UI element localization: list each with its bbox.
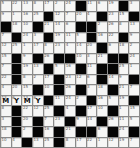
given-letter: M (22, 96, 32, 106)
cell-r1c12 (119, 1, 129, 11)
cell-number: 4 (87, 12, 90, 16)
cell-number: 22 (87, 138, 92, 142)
cell-number: 17 (87, 106, 92, 110)
cell-r2c7[interactable]: 7 (65, 12, 75, 22)
cell-r7c10 (97, 64, 107, 74)
cell-r2c2[interactable]: 1 (12, 12, 22, 22)
cell-r3c4 (33, 22, 43, 32)
cell-number: 25 (34, 12, 39, 16)
cell-number: 3 (34, 33, 37, 37)
cell-number: 5 (130, 117, 133, 121)
cell-number: 5 (55, 64, 58, 68)
cell-r9c7[interactable]: 26 (65, 85, 75, 95)
cell-r8c10 (97, 75, 107, 85)
cell-r3c9 (87, 22, 97, 32)
cell-r6c4 (33, 54, 43, 64)
cell-r6c12 (119, 54, 129, 64)
cell-number: 17 (76, 138, 81, 142)
cell-number: 10 (76, 54, 81, 58)
cell-number: 23 (55, 43, 60, 47)
cell-r10c7[interactable]: 24 (65, 96, 75, 106)
cell-number: 12 (34, 106, 39, 110)
cell-number: 24 (66, 96, 71, 100)
cell-r6c2 (12, 54, 22, 64)
cell-number: 7 (44, 117, 47, 121)
cell-r10c3[interactable]: 13M (22, 96, 32, 106)
cell-r6c13[interactable]: 24 (129, 54, 139, 64)
cell-r10c1[interactable]: 13M (1, 96, 11, 106)
cell-r9c9[interactable]: 3 (87, 85, 97, 95)
cell-number: 8 (44, 43, 47, 47)
cell-number: 12 (2, 43, 7, 47)
cell-r1c3[interactable]: 13 (22, 1, 32, 11)
cell-number: 17 (44, 1, 49, 5)
cell-number: 24 (66, 1, 71, 5)
cell-number: 1 (98, 138, 101, 142)
cell-number: 5 (108, 96, 111, 100)
cell-number: 26 (66, 85, 71, 89)
cell-r2c1[interactable]: 9 (1, 12, 11, 22)
cell-r12c11[interactable]: 26 (108, 117, 118, 127)
cell-number: 26 (44, 54, 49, 58)
cell-number: 1 (12, 12, 15, 16)
cell-number: 12 (76, 75, 81, 79)
cell-number: 10 (44, 85, 49, 89)
cell-number: 14 (108, 75, 113, 79)
cell-r10c6[interactable]: 11 (54, 96, 64, 106)
cell-r2c3[interactable]: 16 (22, 12, 32, 22)
cell-r14c12[interactable]: 19 (119, 138, 129, 148)
cell-number: 18 (2, 127, 7, 131)
cell-r11c4[interactable]: 12 (33, 106, 43, 116)
cell-r13c11 (108, 127, 118, 137)
cell-r7c11 (108, 64, 118, 74)
cell-number: 11 (55, 96, 60, 100)
cell-r14c2[interactable]: 4 (12, 138, 22, 148)
cell-r14c11[interactable]: 12 (108, 138, 118, 148)
cell-r3c13[interactable]: 13 (129, 22, 139, 32)
cell-number: 16 (44, 127, 49, 131)
cell-number: 15 (2, 54, 7, 58)
cell-r5c5[interactable]: 8 (44, 43, 54, 53)
cell-r9c6 (54, 85, 64, 95)
cell-number: 8 (23, 75, 26, 79)
cell-r8c4[interactable]: 2 (33, 75, 43, 85)
cell-r7c3[interactable]: 19 (22, 64, 32, 74)
cell-r13c13 (129, 127, 139, 137)
cell-r12c7 (65, 117, 75, 127)
cell-r5c9[interactable]: 20 (87, 43, 97, 53)
cell-r3c1 (1, 22, 11, 32)
cell-number: 10 (98, 106, 103, 110)
cell-r4c13[interactable]: 9 (129, 33, 139, 43)
cell-r9c2[interactable]: 20 (12, 85, 22, 95)
cell-r12c10 (97, 117, 107, 127)
cell-r11c5[interactable]: 25 (44, 106, 54, 116)
cell-r6c5[interactable]: 26 (44, 54, 54, 64)
cell-r13c12[interactable]: 24 (119, 127, 129, 137)
cell-r1c8 (76, 1, 86, 11)
cell-r8c1[interactable]: 22 (1, 75, 11, 85)
cell-r10c11[interactable]: 5 (108, 96, 118, 106)
cell-r14c8[interactable]: 17 (76, 138, 86, 148)
cell-r14c7[interactable]: 8 (65, 138, 75, 148)
cell-number: 25 (44, 106, 49, 110)
cell-r12c12[interactable]: 11 (119, 117, 129, 127)
cell-number: 25 (12, 43, 17, 47)
cell-r9c4 (33, 85, 43, 95)
cell-number: 11 (87, 64, 92, 68)
cell-r11c3[interactable]: 22 (22, 106, 32, 116)
cell-number: 6 (98, 1, 101, 5)
cell-r1c4[interactable]: 8 (33, 1, 43, 11)
cell-r8c11[interactable]: 14 (108, 75, 118, 85)
cell-r11c7[interactable]: 4 (65, 106, 75, 116)
cell-r6c6 (54, 54, 64, 64)
cell-number: 21 (66, 127, 71, 131)
cell-r12c9[interactable]: 14 (87, 117, 97, 127)
cell-number: 7 (2, 33, 5, 37)
cell-r14c5[interactable]: 25 (44, 138, 54, 148)
cell-number: 6 (66, 22, 69, 26)
cell-r7c8 (76, 64, 86, 74)
cell-r3c3[interactable]: 10 (22, 22, 32, 32)
cell-r12c3[interactable]: 20 (22, 117, 32, 127)
cell-r5c2[interactable]: 25 (12, 43, 22, 53)
cell-r4c6[interactable]: 19 (54, 33, 64, 43)
cell-number: 7 (2, 64, 5, 68)
cell-r6c1[interactable]: 15 (1, 54, 11, 64)
cell-number: 6 (87, 75, 90, 79)
cell-number: 15 (119, 12, 124, 16)
cell-number: 17 (34, 43, 39, 47)
cell-number: 9 (76, 117, 79, 121)
cell-r7c4[interactable]: 13 (33, 64, 43, 74)
cell-r14c13[interactable]: 7 (129, 138, 139, 148)
cell-number: 9 (119, 75, 122, 79)
cell-r11c10[interactable]: 10 (97, 106, 107, 116)
cell-r6c3[interactable]: 9 (22, 54, 32, 64)
cell-r1c11[interactable]: 19 (108, 1, 118, 11)
cell-r4c12 (119, 33, 129, 43)
cell-number: 1 (23, 43, 26, 47)
cell-r11c1[interactable]: 8 (1, 106, 11, 116)
cell-number: 12 (55, 12, 60, 16)
cell-number: 9 (130, 33, 133, 37)
cell-r14c4[interactable]: 13 (33, 138, 43, 148)
cell-r8c7[interactable]: 23 (65, 75, 75, 85)
cell-r8c9[interactable]: 6 (87, 75, 97, 85)
cell-r14c10[interactable]: 1 (97, 138, 107, 148)
cell-number: 14 (76, 43, 81, 47)
cell-r1c7[interactable]: 24 (65, 1, 75, 11)
cell-r9c11 (108, 85, 118, 95)
cell-r2c12[interactable]: 15 (119, 12, 129, 22)
cell-r9c3[interactable]: 15 (22, 85, 32, 95)
cell-r5c11[interactable]: 6 (108, 43, 118, 53)
cell-r2c5 (44, 12, 54, 22)
cell-r8c5[interactable]: 17 (44, 75, 54, 85)
cell-r5c12[interactable]: 18 (119, 43, 129, 53)
cell-r6c7 (65, 54, 75, 64)
cell-r11c9[interactable]: 17 (87, 106, 97, 116)
cell-number: 13 (34, 64, 39, 68)
cell-number: 4 (12, 138, 15, 142)
cell-r13c6 (54, 127, 64, 137)
cell-r1c9[interactable]: 11 (87, 1, 97, 11)
cell-r4c5 (44, 33, 54, 43)
cell-r6c11 (108, 54, 118, 64)
cell-r7c13[interactable]: 1 (129, 64, 139, 74)
cell-r11c2 (12, 106, 22, 116)
cell-number: 24 (23, 33, 28, 37)
cell-r13c7[interactable]: 21 (65, 127, 75, 137)
cell-number: 22 (23, 106, 28, 110)
cell-r7c12[interactable]: 25 (119, 64, 129, 74)
cell-r2c4[interactable]: 25 (33, 12, 43, 22)
cell-r4c8[interactable]: 5 (76, 33, 86, 43)
cell-number: 21 (98, 54, 103, 58)
cell-r2c8[interactable]: 20 (76, 12, 86, 22)
cell-r2c9[interactable]: 4 (87, 12, 97, 22)
cell-r10c10[interactable]: 16 (97, 96, 107, 106)
cell-number: 1 (130, 64, 133, 68)
cell-number: 4 (66, 106, 69, 110)
cell-number: 2 (98, 22, 101, 26)
cell-r12c1[interactable]: 3 (1, 117, 11, 127)
cell-r3c12[interactable]: 8 (119, 22, 129, 32)
cell-number: 20 (23, 117, 28, 121)
cell-r12c4 (33, 117, 43, 127)
cell-number: 23 (55, 117, 60, 121)
cell-number: 16 (98, 96, 103, 100)
cell-r5c13[interactable]: 2 (129, 43, 139, 53)
cell-r10c2[interactable]: 6Y (12, 96, 22, 106)
cell-r7c6[interactable]: 5 (54, 64, 64, 74)
cell-r11c12[interactable]: 1 (119, 106, 129, 116)
cell-r5c4[interactable]: 17 (33, 43, 43, 53)
cell-number: 19 (119, 96, 124, 100)
cell-r14c3 (22, 138, 32, 148)
cell-number: 24 (119, 127, 124, 131)
cell-number: 26 (108, 22, 113, 26)
cell-r10c5 (44, 96, 54, 106)
cell-number: 13 (23, 1, 28, 5)
cell-number: 1 (119, 106, 122, 110)
cell-r6c9[interactable]: 3 (87, 54, 97, 64)
cell-r8c12[interactable]: 9 (119, 75, 129, 85)
cell-number: 22 (2, 75, 7, 79)
cell-number: 2 (23, 127, 26, 131)
cell-number: 5 (2, 1, 5, 5)
cell-number: 11 (87, 1, 92, 5)
cell-r12c6[interactable]: 23 (54, 117, 64, 127)
cell-number: 6 (108, 43, 111, 47)
cell-r4c7[interactable]: 11 (65, 33, 75, 43)
cell-r12c2 (12, 117, 22, 127)
cell-r5c1[interactable]: 12 (1, 43, 11, 53)
cell-r11c11 (108, 106, 118, 116)
cell-number: 25 (119, 64, 124, 68)
cell-number: 20 (12, 85, 17, 89)
cell-number: 4 (66, 43, 69, 47)
cell-number: 8 (34, 1, 37, 5)
cell-number: 14 (55, 22, 60, 26)
cell-r10c8[interactable]: 2 (76, 96, 86, 106)
cell-r4c11[interactable]: 22 (108, 33, 118, 43)
cell-number: 8 (119, 22, 122, 26)
cell-number: 22 (108, 33, 113, 37)
cell-number: 21 (44, 22, 49, 26)
cell-number: 10 (2, 138, 7, 142)
cell-r9c8 (76, 85, 86, 95)
cell-r1c2[interactable]: 22 (12, 1, 22, 11)
cell-r8c2 (12, 75, 22, 85)
cell-r9c12[interactable]: 21 (119, 85, 129, 95)
cell-r14c6 (54, 138, 64, 148)
cell-r7c7[interactable]: 16 (65, 64, 75, 74)
cell-r7c5 (44, 64, 54, 74)
cell-number: 14 (87, 117, 92, 121)
cell-number: 12 (108, 138, 113, 142)
cell-number: 13 (130, 22, 135, 26)
cell-r6c8[interactable]: 10 (76, 54, 86, 64)
cell-r8c3[interactable]: 8 (22, 75, 32, 85)
cell-r10c12[interactable]: 19 (119, 96, 129, 106)
cell-r1c1[interactable]: 5 (1, 1, 11, 11)
cell-r13c4 (33, 127, 43, 137)
cell-r11c13[interactable]: 15 (129, 106, 139, 116)
cell-r2c13 (129, 12, 139, 22)
cell-r4c1[interactable]: 7 (1, 33, 11, 43)
codeword-grid: 5221381722411619391162512720423151810211… (0, 0, 140, 148)
cell-r1c6[interactable]: 2 (54, 1, 64, 11)
cell-number: 11 (66, 33, 71, 37)
cell-number: 3 (130, 1, 133, 5)
cell-r4c10[interactable]: 16 (97, 33, 107, 43)
cell-number: 20 (76, 12, 81, 16)
cell-r8c13 (129, 75, 139, 85)
cell-r1c10[interactable]: 6 (97, 1, 107, 11)
cell-number: 24 (130, 54, 135, 58)
cell-r3c2[interactable]: 18 (12, 22, 22, 32)
cell-r13c8 (76, 127, 86, 137)
cell-number: 3 (2, 117, 5, 121)
cell-r1c13[interactable]: 3 (129, 1, 139, 11)
cell-r13c1[interactable]: 18 (1, 127, 11, 137)
cell-r12c13[interactable]: 5 (129, 117, 139, 127)
cell-number: 20 (87, 43, 92, 47)
cell-r12c5[interactable]: 7 (44, 117, 54, 127)
cell-r3c11[interactable]: 26 (108, 22, 118, 32)
cell-number: 19 (55, 33, 60, 37)
cell-r5c3[interactable]: 1 (22, 43, 32, 53)
cell-r13c3[interactable]: 2 (22, 127, 32, 137)
cell-r4c4[interactable]: 3 (33, 33, 43, 43)
cell-r11c6 (54, 106, 64, 116)
cell-number: 10 (23, 22, 28, 26)
cell-number: 18 (98, 85, 103, 89)
cell-number: 4 (2, 85, 5, 89)
cell-r9c10[interactable]: 18 (97, 85, 107, 95)
cell-number: 19 (119, 138, 124, 142)
cell-number: 15 (130, 106, 135, 110)
cell-r3c7[interactable]: 6 (65, 22, 75, 32)
cell-r9c13[interactable]: 7 (129, 85, 139, 95)
cell-r2c11[interactable]: 23 (108, 12, 118, 22)
cell-r3c8 (76, 22, 86, 32)
cell-r3c10[interactable]: 2 (97, 22, 107, 32)
cell-r8c6 (54, 75, 64, 85)
given-letter: M (1, 96, 11, 106)
cell-number: 2 (55, 1, 58, 5)
cell-r5c6[interactable]: 23 (54, 43, 64, 53)
cell-number: 17 (44, 75, 49, 79)
cell-number: 18 (12, 22, 17, 26)
cell-number: 18 (119, 43, 124, 47)
cell-number: 16 (23, 12, 28, 16)
cell-r12c8[interactable]: 9 (76, 117, 86, 127)
cell-number: 11 (119, 117, 124, 121)
cell-number: 16 (66, 64, 71, 68)
cell-number: 3 (87, 85, 90, 89)
cell-r14c1[interactable]: 10 (1, 138, 11, 148)
cell-number: 9 (23, 54, 26, 58)
cell-r13c9 (87, 127, 97, 137)
cell-number: 7 (130, 138, 133, 142)
cell-r3c6[interactable]: 14 (54, 22, 64, 32)
cell-r7c9[interactable]: 11 (87, 64, 97, 74)
cell-r7c1[interactable]: 7 (1, 64, 11, 74)
cell-number: 23 (66, 75, 71, 79)
cell-number: 2 (130, 43, 133, 47)
cell-r10c4[interactable]: 6Y (33, 96, 43, 106)
cell-number: 15 (23, 85, 28, 89)
cell-number: 16 (98, 33, 103, 37)
cell-r7c2 (12, 64, 22, 74)
cell-r3c5[interactable]: 21 (44, 22, 54, 32)
cell-number: 7 (66, 12, 69, 16)
cell-number: 23 (108, 12, 113, 16)
cell-number: 7 (130, 85, 133, 89)
cell-r10c9 (87, 96, 97, 106)
cell-r5c7[interactable]: 4 (65, 43, 75, 53)
cell-r14c9[interactable]: 22 (87, 138, 97, 148)
given-letter: Y (33, 96, 43, 106)
cell-r10c13 (129, 96, 139, 106)
cell-r4c3[interactable]: 24 (22, 33, 32, 43)
cell-number: 19 (108, 1, 113, 5)
cell-r13c2 (12, 127, 22, 137)
cell-r8c8[interactable]: 12 (76, 75, 86, 85)
given-letter: Y (12, 96, 22, 106)
cell-r13c5[interactable]: 16 (44, 127, 54, 137)
cell-r9c5[interactable]: 10 (44, 85, 54, 95)
cell-r5c10 (97, 43, 107, 53)
cell-r2c6[interactable]: 12 (54, 12, 64, 22)
cell-r5c8[interactable]: 14 (76, 43, 86, 53)
cell-number: 8 (2, 106, 5, 110)
cell-number: 21 (119, 85, 124, 89)
cell-number: 9 (2, 12, 5, 16)
cell-r6c10[interactable]: 21 (97, 54, 107, 64)
cell-number: 22 (12, 1, 17, 5)
cell-r1c5[interactable]: 17 (44, 1, 54, 11)
cell-r9c1[interactable]: 4 (1, 85, 11, 95)
cell-number: 6 (98, 127, 101, 131)
cell-r4c9 (87, 33, 97, 43)
cell-r13c10[interactable]: 6 (97, 127, 107, 137)
